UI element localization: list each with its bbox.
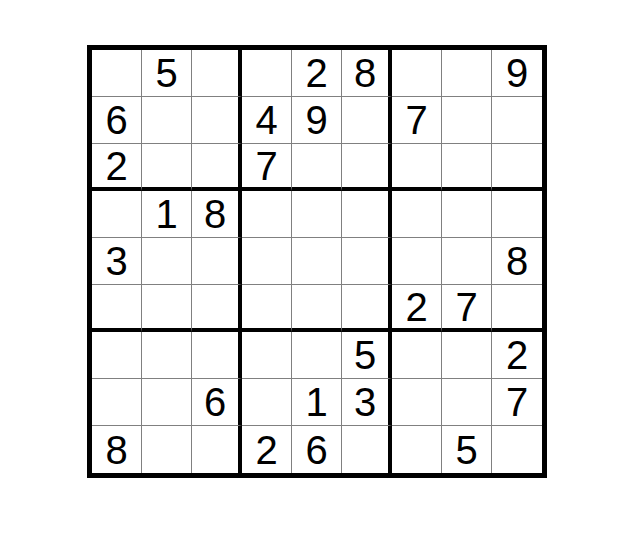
sudoku-page: 52896497271838275261378265 — [0, 0, 640, 540]
sudoku-cell-empty[interactable] — [442, 144, 492, 191]
sudoku-cell-empty[interactable] — [242, 191, 292, 238]
sudoku-cell-empty[interactable] — [392, 50, 442, 97]
sudoku-cell-empty[interactable] — [292, 144, 342, 191]
sudoku-cell-empty[interactable] — [242, 50, 292, 97]
sudoku-cell-empty[interactable] — [92, 379, 142, 426]
sudoku-cell-empty[interactable] — [342, 191, 392, 238]
sudoku-cell-empty[interactable] — [492, 144, 542, 191]
sudoku-cell-empty[interactable] — [92, 191, 142, 238]
sudoku-cell-empty[interactable] — [492, 97, 542, 144]
sudoku-cell-empty[interactable] — [192, 238, 242, 285]
sudoku-cell-empty[interactable] — [92, 285, 142, 332]
sudoku-cell-given: 8 — [342, 50, 392, 97]
sudoku-cell-empty[interactable] — [292, 285, 342, 332]
sudoku-cell-given: 8 — [192, 191, 242, 238]
sudoku-cell-empty[interactable] — [442, 50, 492, 97]
sudoku-cell-given: 8 — [492, 238, 542, 285]
sudoku-cell-given: 6 — [292, 426, 342, 473]
sudoku-cell-empty[interactable] — [342, 285, 392, 332]
sudoku-cell-empty[interactable] — [242, 332, 292, 379]
sudoku-cell-empty[interactable] — [442, 191, 492, 238]
sudoku-cell-empty[interactable] — [192, 332, 242, 379]
sudoku-cell-empty[interactable] — [342, 426, 392, 473]
sudoku-cell-empty[interactable] — [242, 238, 292, 285]
sudoku-cell-given: 8 — [92, 426, 142, 473]
sudoku-cell-empty[interactable] — [442, 379, 492, 426]
sudoku-cell-empty[interactable] — [442, 238, 492, 285]
sudoku-cell-empty[interactable] — [242, 285, 292, 332]
sudoku-cell-empty[interactable] — [492, 426, 542, 473]
sudoku-cell-empty[interactable] — [92, 332, 142, 379]
sudoku-cell-given: 2 — [242, 426, 292, 473]
sudoku-cell-empty[interactable] — [142, 426, 192, 473]
sudoku-cell-given: 5 — [342, 332, 392, 379]
sudoku-cell-given: 9 — [492, 50, 542, 97]
sudoku-cell-given: 1 — [292, 379, 342, 426]
sudoku-cell-empty[interactable] — [142, 379, 192, 426]
sudoku-cell-empty[interactable] — [142, 285, 192, 332]
sudoku-cell-given: 2 — [492, 332, 542, 379]
sudoku-cell-given: 4 — [242, 97, 292, 144]
sudoku-cell-given: 2 — [92, 144, 142, 191]
sudoku-cell-empty[interactable] — [292, 238, 342, 285]
sudoku-cell-given: 3 — [342, 379, 392, 426]
sudoku-cell-empty[interactable] — [392, 238, 442, 285]
sudoku-cell-given: 2 — [292, 50, 342, 97]
sudoku-cell-empty[interactable] — [492, 285, 542, 332]
sudoku-cell-given: 7 — [242, 144, 292, 191]
sudoku-cell-empty[interactable] — [442, 332, 492, 379]
sudoku-cell-empty[interactable] — [192, 97, 242, 144]
sudoku-cell-given: 5 — [142, 50, 192, 97]
sudoku-cell-given: 9 — [292, 97, 342, 144]
sudoku-board: 52896497271838275261378265 — [87, 45, 547, 478]
sudoku-cell-empty[interactable] — [492, 191, 542, 238]
sudoku-cell-empty[interactable] — [142, 238, 192, 285]
sudoku-cell-empty[interactable] — [192, 144, 242, 191]
sudoku-cell-empty[interactable] — [292, 191, 342, 238]
sudoku-cell-given: 7 — [492, 379, 542, 426]
sudoku-cell-given: 6 — [92, 97, 142, 144]
sudoku-cell-empty[interactable] — [192, 285, 242, 332]
sudoku-cell-empty[interactable] — [392, 332, 442, 379]
sudoku-cell-empty[interactable] — [142, 144, 192, 191]
sudoku-cell-empty[interactable] — [392, 426, 442, 473]
sudoku-cell-empty[interactable] — [342, 97, 392, 144]
sudoku-cell-given: 2 — [392, 285, 442, 332]
sudoku-cell-empty[interactable] — [92, 50, 142, 97]
sudoku-cell-given: 7 — [392, 97, 442, 144]
sudoku-cell-empty[interactable] — [342, 238, 392, 285]
sudoku-cell-given: 3 — [92, 238, 142, 285]
sudoku-cell-given: 6 — [192, 379, 242, 426]
sudoku-cell-empty[interactable] — [242, 379, 292, 426]
sudoku-cell-empty[interactable] — [392, 379, 442, 426]
sudoku-cell-given: 5 — [442, 426, 492, 473]
sudoku-cell-empty[interactable] — [442, 97, 492, 144]
sudoku-cell-empty[interactable] — [142, 332, 192, 379]
sudoku-cell-empty[interactable] — [142, 97, 192, 144]
sudoku-cell-given: 7 — [442, 285, 492, 332]
sudoku-cell-empty[interactable] — [342, 144, 392, 191]
sudoku-cell-empty[interactable] — [392, 144, 442, 191]
sudoku-cell-empty[interactable] — [292, 332, 342, 379]
sudoku-cell-empty[interactable] — [192, 50, 242, 97]
sudoku-cell-empty[interactable] — [392, 191, 442, 238]
sudoku-cell-empty[interactable] — [192, 426, 242, 473]
sudoku-cell-given: 1 — [142, 191, 192, 238]
